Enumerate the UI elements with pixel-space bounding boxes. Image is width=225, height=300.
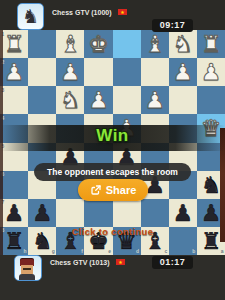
square-f3[interactable]: ♞ (56, 86, 84, 114)
white-knight-f3[interactable]: ♞ (56, 86, 84, 114)
opponent-avatar-knight-icon: ♞ (22, 7, 39, 26)
file-label-b: b (192, 249, 195, 254)
black-pawn-b7[interactable]: ♟ (169, 199, 197, 227)
file-label-f: f (81, 249, 83, 254)
game-screen: ♞ Chess GTV (1000) ★ 09:17 1♜♝♚♝♞♜2♟♟♟♟3… (0, 0, 225, 300)
square-g7[interactable]: ♟ (28, 199, 56, 227)
white-bishop-c1[interactable]: ♝ (141, 30, 169, 58)
square-a2[interactable]: ♟ (197, 58, 225, 86)
win-title: Win (0, 126, 225, 146)
file-label-h: h (24, 249, 27, 254)
white-knight-b1[interactable]: ♞ (169, 30, 197, 58)
white-bishop-f1[interactable]: ♝ (56, 30, 84, 58)
square-e7[interactable] (84, 199, 112, 227)
square-h7[interactable]: 7♟ (0, 199, 28, 227)
square-h6[interactable]: 6 (0, 171, 28, 199)
square-h3[interactable]: 3 (0, 86, 28, 114)
square-e2[interactable] (84, 58, 112, 86)
player-avatar[interactable] (14, 255, 42, 281)
white-pawn-a2[interactable]: ♟ (197, 58, 225, 86)
square-d3[interactable] (113, 86, 141, 114)
black-pawn-g7[interactable]: ♟ (28, 199, 56, 227)
white-pawn-b2[interactable]: ♟ (169, 58, 197, 86)
square-b7[interactable]: ♟ (169, 199, 197, 227)
square-f7[interactable] (56, 199, 84, 227)
square-f2[interactable]: ♟ (56, 58, 84, 86)
square-d7[interactable] (113, 199, 141, 227)
opponent-flag-icon: ★ (118, 9, 127, 15)
opponent-name: Chess GTV (1000) (52, 9, 112, 16)
file-label-e: e (108, 249, 111, 254)
square-b1[interactable]: ♞ (169, 30, 197, 58)
square-h1[interactable]: 1♜ (0, 30, 28, 58)
share-button[interactable]: Share (78, 179, 148, 201)
player-avatar-eyes (23, 268, 31, 270)
square-e1[interactable]: ♚ (84, 30, 112, 58)
white-king-e1[interactable]: ♚ (84, 30, 112, 58)
square-d1[interactable] (113, 30, 141, 58)
share-icon (90, 184, 102, 196)
square-c3[interactable]: ♟ (141, 86, 169, 114)
square-a3[interactable] (197, 86, 225, 114)
square-f1[interactable]: ♝ (56, 30, 84, 58)
player-flag-icon: ★ (116, 259, 125, 265)
white-rook-a1[interactable]: ♜ (197, 30, 225, 58)
square-a1[interactable]: ♜ (197, 30, 225, 58)
player-name: Chess GTV (1013) (50, 259, 110, 266)
square-h2[interactable]: 2♟ (0, 58, 28, 86)
square-g2[interactable] (28, 58, 56, 86)
square-g1[interactable] (28, 30, 56, 58)
file-label-g: g (52, 249, 55, 254)
square-d2[interactable] (113, 58, 141, 86)
square-g3[interactable] (28, 86, 56, 114)
player-avatar-body (19, 274, 35, 281)
square-b2[interactable]: ♟ (169, 58, 197, 86)
opponent-avatar[interactable]: ♞ (17, 3, 44, 30)
white-pawn-f2[interactable]: ♟ (56, 58, 84, 86)
opponent-clock: 09:17 (152, 19, 193, 32)
square-e3[interactable]: ♟ (84, 86, 112, 114)
file-label-a: a (221, 249, 224, 254)
square-c2[interactable] (141, 58, 169, 86)
player-clock: 01:17 (152, 256, 193, 269)
square-c1[interactable]: ♝ (141, 30, 169, 58)
bottom-player-bar: Chess GTV (1013) ★ 01:17 (0, 255, 225, 300)
top-player-bar: ♞ Chess GTV (1000) ★ 09:17 (0, 0, 225, 30)
white-pawn-c3[interactable]: ♟ (141, 86, 169, 114)
click-to-continue-hint[interactable]: Click to continue (0, 226, 225, 237)
square-c7[interactable] (141, 199, 169, 227)
file-label-d: d (136, 249, 139, 254)
white-pawn-e3[interactable]: ♟ (84, 86, 112, 114)
square-b3[interactable] (169, 86, 197, 114)
file-label-c: c (164, 249, 167, 254)
share-button-label: Share (106, 184, 137, 196)
